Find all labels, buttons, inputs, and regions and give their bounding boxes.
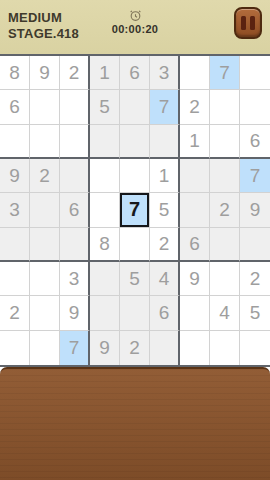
cell-r2c9[interactable]: [240, 90, 270, 124]
cell-r3c4[interactable]: [90, 125, 120, 159]
cell-r1c2[interactable]: 9: [30, 56, 60, 90]
cell-r9c6[interactable]: [150, 331, 180, 365]
cell-r6c9[interactable]: [240, 228, 270, 262]
cell-r3c9[interactable]: 6: [240, 125, 270, 159]
cell-r8c2[interactable]: [30, 296, 60, 330]
cell-r1c5[interactable]: 6: [120, 56, 150, 90]
cell-r8c5[interactable]: [120, 296, 150, 330]
cell-r7c3[interactable]: 3: [60, 262, 90, 296]
cell-r3c5[interactable]: [120, 125, 150, 159]
pause-icon: [241, 16, 246, 30]
cell-r7c9[interactable]: 2: [240, 262, 270, 296]
cell-r4c6[interactable]: 1: [150, 159, 180, 193]
cell-r6c3[interactable]: [60, 228, 90, 262]
stage-title: MEDIUM STAGE.418: [8, 10, 79, 42]
cell-r4c8[interactable]: [210, 159, 240, 193]
cell-r9c9[interactable]: [240, 331, 270, 365]
stage-label: STAGE.418: [8, 26, 79, 42]
cell-r4c3[interactable]: [60, 159, 90, 193]
cell-r9c3[interactable]: 7: [60, 331, 90, 365]
cell-r2c7[interactable]: 2: [180, 90, 210, 124]
cell-r5c4[interactable]: [90, 193, 120, 227]
cell-r4c9[interactable]: 7: [240, 159, 270, 193]
cell-r8c9[interactable]: 5: [240, 296, 270, 330]
sudoku-app: MEDIUM STAGE.418 00:00:20 89216376572169…: [0, 0, 270, 480]
cell-r9c8[interactable]: [210, 331, 240, 365]
cell-r7c8[interactable]: [210, 262, 240, 296]
cell-r6c8[interactable]: [210, 228, 240, 262]
cell-r1c9[interactable]: [240, 56, 270, 90]
cell-r1c8[interactable]: 7: [210, 56, 240, 90]
cell-r8c4[interactable]: [90, 296, 120, 330]
cell-r3c7[interactable]: 1: [180, 125, 210, 159]
cell-r5c5[interactable]: 7: [120, 193, 150, 227]
cell-r5c7[interactable]: [180, 193, 210, 227]
cell-r1c4[interactable]: 1: [90, 56, 120, 90]
cell-r7c2[interactable]: [30, 262, 60, 296]
cell-r5c2[interactable]: [30, 193, 60, 227]
cell-r6c1[interactable]: [0, 228, 30, 262]
cell-r8c8[interactable]: 4: [210, 296, 240, 330]
pause-button[interactable]: [234, 7, 262, 39]
cell-r9c5[interactable]: 2: [120, 331, 150, 365]
cell-r2c2[interactable]: [30, 90, 60, 124]
cell-r1c1[interactable]: 8: [0, 56, 30, 90]
cell-r2c6[interactable]: 7: [150, 90, 180, 124]
cell-r6c4[interactable]: 8: [90, 228, 120, 262]
cell-r1c6[interactable]: 3: [150, 56, 180, 90]
cell-r4c2[interactable]: 2: [30, 159, 60, 193]
cell-r4c5[interactable]: [120, 159, 150, 193]
cell-r5c9[interactable]: 9: [240, 193, 270, 227]
cell-r3c6[interactable]: [150, 125, 180, 159]
control-panel: 0 03:14 ? HINT 0 23:21: [0, 367, 270, 480]
cell-r7c1[interactable]: [0, 262, 30, 296]
cell-r3c1[interactable]: [0, 125, 30, 159]
cell-r5c8[interactable]: 2: [210, 193, 240, 227]
cell-r2c8[interactable]: [210, 90, 240, 124]
cell-r9c1[interactable]: [0, 331, 30, 365]
cell-r4c1[interactable]: 9: [0, 159, 30, 193]
cell-r4c4[interactable]: [90, 159, 120, 193]
cell-r3c2[interactable]: [30, 125, 60, 159]
header-bar: MEDIUM STAGE.418 00:00:20: [0, 0, 270, 54]
cell-r4c7[interactable]: [180, 159, 210, 193]
cell-r2c5[interactable]: [120, 90, 150, 124]
cell-r7c5[interactable]: 5: [120, 262, 150, 296]
cell-r8c6[interactable]: 6: [150, 296, 180, 330]
sudoku-board: 892163765721692173675298263549229645792: [0, 54, 270, 367]
cell-r2c3[interactable]: [60, 90, 90, 124]
cell-r7c4[interactable]: [90, 262, 120, 296]
cell-r3c3[interactable]: [60, 125, 90, 159]
cell-r1c7[interactable]: [180, 56, 210, 90]
cell-r6c6[interactable]: 2: [150, 228, 180, 262]
cell-r6c7[interactable]: 6: [180, 228, 210, 262]
cell-r6c2[interactable]: [30, 228, 60, 262]
cell-r1c3[interactable]: 2: [60, 56, 90, 90]
cell-r9c4[interactable]: 9: [90, 331, 120, 365]
cell-r7c6[interactable]: 4: [150, 262, 180, 296]
cell-r5c6[interactable]: 5: [150, 193, 180, 227]
cell-r5c1[interactable]: 3: [0, 193, 30, 227]
cell-r5c3[interactable]: 6: [60, 193, 90, 227]
cell-r9c7[interactable]: [180, 331, 210, 365]
alarm-clock-icon: [129, 9, 142, 22]
cell-r6c5[interactable]: [120, 228, 150, 262]
cell-r9c2[interactable]: [30, 331, 60, 365]
cell-r2c4[interactable]: 5: [90, 90, 120, 124]
cell-r7c7[interactable]: 9: [180, 262, 210, 296]
difficulty-label: MEDIUM: [8, 10, 79, 26]
cell-r8c7[interactable]: [180, 296, 210, 330]
cell-r8c1[interactable]: 2: [0, 296, 30, 330]
cell-r2c1[interactable]: 6: [0, 90, 30, 124]
cell-r3c8[interactable]: [210, 125, 240, 159]
cell-r8c3[interactable]: 9: [60, 296, 90, 330]
